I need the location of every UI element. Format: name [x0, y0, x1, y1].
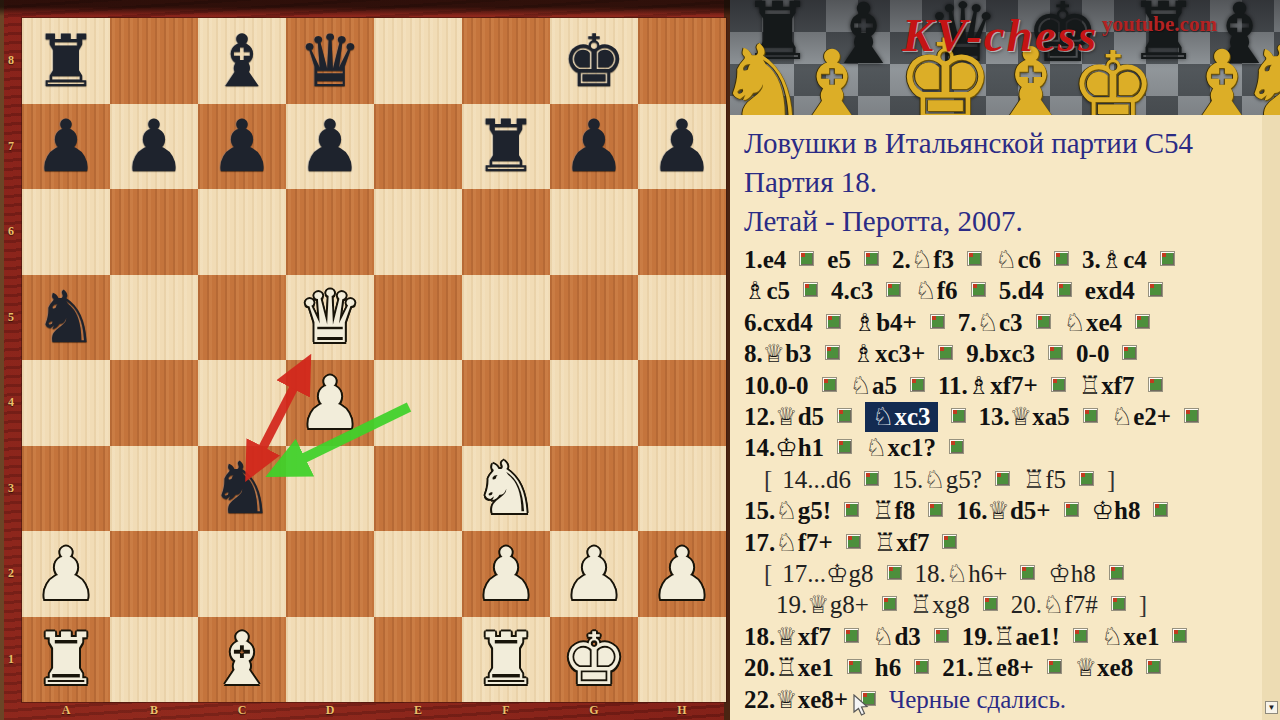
move-token[interactable]: 2.♘f3: [892, 246, 954, 273]
move-token[interactable]: 21.♖e8+: [942, 654, 1034, 681]
position-diagram-icon[interactable]: [803, 282, 818, 297]
white-pawn-g2[interactable]: ♟: [562, 538, 627, 610]
square-d3[interactable]: [286, 446, 374, 532]
position-diagram-icon[interactable]: [837, 439, 852, 454]
move-token[interactable]: 5.d4: [999, 277, 1044, 304]
variation-bracket: ]: [1139, 591, 1147, 618]
position-diagram-icon[interactable]: [983, 596, 998, 611]
file-label-c: C: [198, 702, 286, 718]
move-token[interactable]: ♘xe4: [1064, 309, 1123, 336]
rank-label-3: 3: [0, 446, 22, 532]
square-b1[interactable]: [110, 617, 198, 703]
square-f5[interactable]: [462, 275, 550, 361]
file-label-d: D: [286, 702, 374, 718]
position-diagram-icon[interactable]: [1047, 659, 1062, 674]
square-c2[interactable]: [198, 531, 286, 617]
position-diagram-icon[interactable]: [847, 659, 862, 674]
position-diagram-icon[interactable]: [1073, 628, 1088, 643]
position-diagram-icon[interactable]: [1122, 345, 1137, 360]
site-label: youtube.com: [1102, 12, 1217, 37]
scrollbar-down-button[interactable]: ▼: [1265, 701, 1278, 714]
move-token[interactable]: 15.♘g5?: [892, 466, 982, 493]
square-d1[interactable]: [286, 617, 374, 703]
square-f2[interactable]: ♟: [462, 531, 550, 617]
current-move-highlighted[interactable]: ♘xc3: [865, 402, 938, 432]
move-token[interactable]: ♔h8: [1092, 497, 1141, 524]
black-knight-c3[interactable]: ♞: [210, 452, 275, 524]
move-token[interactable]: 14...d6: [782, 466, 851, 493]
square-d8[interactable]: ♛: [286, 18, 374, 104]
move-token[interactable]: 18.♕xf7: [744, 623, 831, 650]
position-diagram-icon[interactable]: [1135, 314, 1150, 329]
square-e5[interactable]: [374, 275, 462, 361]
position-diagram-icon[interactable]: [928, 502, 943, 517]
square-a6[interactable]: [22, 189, 110, 275]
game-number: Партия 18.: [744, 163, 1262, 202]
square-g7[interactable]: ♟: [550, 104, 638, 190]
white-knight-f3[interactable]: ♞: [474, 452, 539, 524]
square-f1[interactable]: ♜: [462, 617, 550, 703]
black-pawn-b7[interactable]: ♟: [122, 110, 187, 182]
position-diagram-icon[interactable]: [1172, 628, 1187, 643]
variation-bracket: ]: [1107, 466, 1115, 493]
square-h8[interactable]: [638, 18, 726, 104]
position-diagram-icon[interactable]: [1146, 659, 1161, 674]
rank-label-6: 6: [0, 189, 22, 275]
position-diagram-icon[interactable]: [1109, 565, 1124, 580]
position-diagram-icon[interactable]: [1148, 282, 1163, 297]
position-diagram-icon[interactable]: [971, 282, 986, 297]
position-diagram-icon[interactable]: [1153, 502, 1168, 517]
square-g1[interactable]: ♚: [550, 617, 638, 703]
move-token[interactable]: ♘xc1?: [865, 434, 936, 461]
white-queen-d5[interactable]: ♛: [298, 281, 363, 353]
position-diagram-icon[interactable]: [942, 534, 957, 549]
position-diagram-icon[interactable]: [1051, 377, 1066, 392]
position-diagram-icon[interactable]: [864, 471, 879, 486]
move-row-2: ♗c54.c3♘f65.d4exd4: [744, 275, 1262, 306]
move-token[interactable]: 22.♕xe8+: [744, 686, 848, 713]
position-diagram-icon[interactable]: [1054, 251, 1069, 266]
square-g5[interactable]: [550, 275, 638, 361]
position-diagram-icon[interactable]: [934, 628, 949, 643]
position-diagram-icon[interactable]: [949, 439, 964, 454]
move-row-7: 14.♔h1♘xc1?: [744, 432, 1262, 463]
square-h4[interactable]: [638, 360, 726, 446]
square-b8[interactable]: [110, 18, 198, 104]
move-token[interactable]: ♗b4+: [854, 309, 917, 336]
position-diagram-icon[interactable]: [914, 659, 929, 674]
move-list: 1.e4e52.♘f3♘c63.♗c4♗c54.c3♘f65.d4exd46.c…: [744, 241, 1262, 715]
move-token[interactable]: 16.♕d5+: [956, 497, 1050, 524]
move-row-10: 17.♘f7+♖xf7: [744, 527, 1262, 558]
square-d5[interactable]: ♛: [286, 275, 374, 361]
square-e6[interactable]: [374, 189, 462, 275]
app-window: ♜♝♛♚♟♟♟♟♜♟♟♞♛♟♞♞♟♟♟♟♜♝♜♚ 87654321ABCDEFG…: [0, 0, 1280, 720]
move-token[interactable]: ♘a5: [850, 372, 897, 399]
square-f4[interactable]: [462, 360, 550, 446]
position-diagram-icon[interactable]: [910, 377, 925, 392]
square-h5[interactable]: [638, 275, 726, 361]
move-token[interactable]: ♘xe1: [1101, 623, 1160, 650]
position-diagram-icon[interactable]: [864, 251, 879, 266]
position-diagram-icon[interactable]: [995, 471, 1010, 486]
position-diagram-icon[interactable]: [861, 691, 876, 706]
white-king-g1[interactable]: ♚: [562, 623, 627, 695]
square-a7[interactable]: ♟: [22, 104, 110, 190]
position-diagram-icon[interactable]: [1020, 565, 1035, 580]
white-rook-f1[interactable]: ♜: [474, 623, 539, 695]
square-d6[interactable]: [286, 189, 374, 275]
square-d7[interactable]: ♟: [286, 104, 374, 190]
black-rook-a8[interactable]: ♜: [34, 25, 99, 97]
rank-label-7: 7: [0, 104, 22, 190]
square-a2[interactable]: ♟: [22, 531, 110, 617]
square-d4[interactable]: ♟: [286, 360, 374, 446]
square-b2[interactable]: [110, 531, 198, 617]
white-rook-a1[interactable]: ♜: [34, 623, 99, 695]
move-token[interactable]: ♖f5: [1023, 466, 1066, 493]
file-label-b: B: [110, 702, 198, 718]
square-a4[interactable]: [22, 360, 110, 446]
move-token[interactable]: ♘d3: [872, 623, 921, 650]
move-token[interactable]: 14.♔h1: [744, 434, 824, 461]
position-diagram-icon[interactable]: [967, 251, 982, 266]
variation-bracket: [: [764, 466, 772, 493]
square-g6[interactable]: [550, 189, 638, 275]
position-diagram-icon[interactable]: [887, 565, 902, 580]
move-token[interactable]: 11.♗xf7+: [938, 372, 1038, 399]
players-year: Летай - Перотта, 2007.: [744, 202, 1262, 241]
black-knight-a5[interactable]: ♞: [34, 281, 99, 353]
file-label-h: H: [638, 702, 726, 718]
square-c8[interactable]: ♝: [198, 18, 286, 104]
move-token[interactable]: 10.0-0: [744, 372, 809, 399]
position-diagram-icon[interactable]: [1160, 251, 1175, 266]
result-text: Черные сдались.: [889, 686, 1066, 713]
move-token[interactable]: 3.♗c4: [1082, 246, 1147, 273]
square-c1[interactable]: ♝: [198, 617, 286, 703]
square-h7[interactable]: ♟: [638, 104, 726, 190]
square-a3[interactable]: [22, 446, 110, 532]
notation-pane: Ловушки в Итальянской партии C54 Партия …: [730, 115, 1262, 720]
white-bishop-c1[interactable]: ♝: [210, 623, 275, 695]
move-token[interactable]: 13.♕xa5: [979, 403, 1070, 430]
move-token[interactable]: e5: [827, 246, 851, 273]
position-diagram-icon[interactable]: [1079, 471, 1094, 486]
black-pawn-a7[interactable]: ♟: [34, 110, 99, 182]
square-b5[interactable]: [110, 275, 198, 361]
square-b4[interactable]: [110, 360, 198, 446]
square-e7[interactable]: [374, 104, 462, 190]
move-row-3: 6.cxd4♗b4+7.♘c3♘xe4: [744, 307, 1262, 338]
scrollbar-track[interactable]: ▼: [1262, 115, 1280, 720]
brand-logo-text: KV-chess: [902, 8, 1098, 62]
move-token[interactable]: 20.♘f7#: [1011, 591, 1098, 618]
move-token[interactable]: 20.♖xe1: [744, 654, 834, 681]
square-h2[interactable]: ♟: [638, 531, 726, 617]
position-diagram-icon[interactable]: [1036, 314, 1051, 329]
chess-board-frame: ♜♝♛♚♟♟♟♟♜♟♟♞♛♟♞♞♟♟♟♟♜♝♜♚ 87654321ABCDEFG…: [0, 0, 730, 720]
black-pawn-g7[interactable]: ♟: [562, 110, 627, 182]
black-pawn-h7[interactable]: ♟: [650, 110, 715, 182]
square-e8[interactable]: [374, 18, 462, 104]
move-row-8: [14...d615.♘g5?♖f5]: [744, 464, 1262, 495]
square-f6[interactable]: [462, 189, 550, 275]
file-label-e: E: [374, 702, 462, 718]
square-e4[interactable]: [374, 360, 462, 446]
rank-label-1: 1: [0, 617, 22, 703]
move-token[interactable]: 19.♖ae1!: [962, 623, 1060, 650]
move-row-5: 10.0-0♘a511.♗xf7+♖xf7: [744, 370, 1262, 401]
square-h3[interactable]: [638, 446, 726, 532]
white-pawn-h2[interactable]: ♟: [650, 538, 715, 610]
rank-label-8: 8: [0, 18, 22, 104]
square-h1[interactable]: [638, 617, 726, 703]
move-token[interactable]: ♘f6: [914, 277, 957, 304]
move-token[interactable]: 9.bxc3: [966, 340, 1035, 367]
move-token[interactable]: 6.cxd4: [744, 309, 813, 336]
banner-piece: ♝: [788, 37, 876, 115]
position-diagram-icon[interactable]: [1184, 408, 1199, 423]
position-diagram-icon[interactable]: [886, 282, 901, 297]
move-token[interactable]: ♕xe8: [1075, 654, 1134, 681]
position-diagram-icon[interactable]: [938, 345, 953, 360]
move-token[interactable]: 12.♕d5: [744, 403, 824, 430]
square-c6[interactable]: [198, 189, 286, 275]
move-token[interactable]: ♖xf7: [874, 529, 930, 556]
game-header: Ловушки в Итальянской партии C54 Партия …: [744, 115, 1262, 241]
move-token[interactable]: ♖f8: [872, 497, 915, 524]
square-c3[interactable]: ♞: [198, 446, 286, 532]
square-e1[interactable]: [374, 617, 462, 703]
position-diagram-icon[interactable]: [1048, 345, 1063, 360]
square-b7[interactable]: ♟: [110, 104, 198, 190]
black-king-g8[interactable]: ♚: [562, 25, 627, 97]
square-c5[interactable]: [198, 275, 286, 361]
move-row-13: 18.♕xf7♘d319.♖ae1!♘xe1: [744, 621, 1262, 652]
channel-banner: ♜♝♛♚♜♝♞♝♚♝♚♝♞ KV-chess youtube.com: [730, 0, 1280, 115]
move-token[interactable]: ♗c5: [744, 277, 790, 304]
move-row-6: 12.♕d5♘xc313.♕xa5♘e2+: [744, 401, 1262, 432]
black-bishop-c8[interactable]: ♝: [210, 25, 275, 97]
move-token[interactable]: ♘c6: [995, 246, 1041, 273]
move-token[interactable]: ♗xc3+: [853, 340, 926, 367]
square-b6[interactable]: [110, 189, 198, 275]
move-row-12: 19.♕g8+♖xg820.♘f7#]: [744, 589, 1262, 620]
square-f8[interactable]: [462, 18, 550, 104]
move-token[interactable]: ♘e2+: [1111, 403, 1171, 430]
move-row-11: [17...♔g818.♘h6+♔h8: [744, 558, 1262, 589]
white-pawn-d4[interactable]: ♟: [298, 367, 363, 439]
file-label-g: G: [550, 702, 638, 718]
position-diagram-icon[interactable]: [825, 345, 840, 360]
white-pawn-f2[interactable]: ♟: [474, 538, 539, 610]
move-token[interactable]: 4.c3: [831, 277, 873, 304]
position-diagram-icon[interactable]: [1064, 502, 1079, 517]
square-a8[interactable]: ♜: [22, 18, 110, 104]
square-a1[interactable]: ♜: [22, 617, 110, 703]
square-h6[interactable]: [638, 189, 726, 275]
opening-title: Ловушки в Итальянской партии C54: [744, 124, 1262, 163]
position-diagram-icon[interactable]: [826, 314, 841, 329]
move-row-9: 15.♘g5!♖f816.♕d5+♔h8: [744, 495, 1262, 526]
black-pawn-c7[interactable]: ♟: [210, 110, 275, 182]
square-c7[interactable]: ♟: [198, 104, 286, 190]
square-c4[interactable]: [198, 360, 286, 446]
position-diagram-icon[interactable]: [837, 408, 852, 423]
move-row-4: 8.♕b3♗xc3+9.bxc30-0: [744, 338, 1262, 369]
rank-label-4: 4: [0, 360, 22, 446]
move-token[interactable]: 8.♕b3: [744, 340, 812, 367]
move-token[interactable]: 7.♘c3: [958, 309, 1023, 336]
black-queen-d8[interactable]: ♛: [298, 25, 363, 97]
rank-label-5: 5: [0, 275, 22, 361]
move-token[interactable]: ♖xf7: [1079, 372, 1135, 399]
move-row-15: 22.♕xe8+Черные сдались.: [744, 684, 1262, 715]
file-label-f: F: [462, 702, 550, 718]
position-diagram-icon[interactable]: [1148, 377, 1163, 392]
move-row-14: 20.♖xe1h621.♖e8+♕xe8: [744, 652, 1262, 683]
move-token[interactable]: ♔h8: [1048, 560, 1095, 587]
move-token[interactable]: 1.e4: [744, 246, 786, 273]
square-f3[interactable]: ♞: [462, 446, 550, 532]
move-token[interactable]: 17...♔g8: [782, 560, 873, 587]
move-token[interactable]: ♖xg8: [910, 591, 970, 618]
move-token[interactable]: h6: [875, 654, 901, 681]
white-pawn-a2[interactable]: ♟: [34, 538, 99, 610]
analysis-panel: ♜♝♛♚♜♝♞♝♚♝♚♝♞ KV-chess youtube.com Ловуш…: [730, 0, 1280, 720]
move-row-1: 1.e4e52.♘f3♘c63.♗c4: [744, 244, 1262, 275]
black-rook-f7[interactable]: ♜: [474, 110, 539, 182]
position-diagram-icon[interactable]: [1057, 282, 1072, 297]
move-token[interactable]: 18.♘h6+: [915, 560, 1008, 587]
position-diagram-icon[interactable]: [844, 628, 859, 643]
chess-board: ♜♝♛♚♟♟♟♟♜♟♟♞♛♟♞♞♟♟♟♟♜♝♜♚: [22, 18, 726, 702]
black-pawn-d7[interactable]: ♟: [298, 110, 363, 182]
move-token[interactable]: exd4: [1085, 277, 1135, 304]
banner-piece: ♞: [1238, 33, 1280, 115]
move-token[interactable]: 19.♕g8+: [776, 591, 869, 618]
position-diagram-icon[interactable]: [799, 251, 814, 266]
move-token[interactable]: 15.♘g5!: [744, 497, 831, 524]
position-diagram-icon[interactable]: [844, 502, 859, 517]
square-g3[interactable]: [550, 446, 638, 532]
square-g4[interactable]: [550, 360, 638, 446]
position-diagram-icon[interactable]: [882, 596, 897, 611]
file-label-a: A: [22, 702, 110, 718]
square-e3[interactable]: [374, 446, 462, 532]
move-token[interactable]: 17.♘f7+: [744, 529, 833, 556]
position-diagram-icon[interactable]: [930, 314, 945, 329]
square-f7[interactable]: ♜: [462, 104, 550, 190]
position-diagram-icon[interactable]: [846, 534, 861, 549]
square-g2[interactable]: ♟: [550, 531, 638, 617]
square-b3[interactable]: [110, 446, 198, 532]
position-diagram-icon[interactable]: [951, 408, 966, 423]
variation-bracket: [: [764, 560, 772, 587]
move-token[interactable]: 0-0: [1076, 340, 1109, 367]
position-diagram-icon[interactable]: [822, 377, 837, 392]
rank-label-2: 2: [0, 531, 22, 617]
square-d2[interactable]: [286, 531, 374, 617]
position-diagram-icon[interactable]: [1083, 408, 1098, 423]
square-g8[interactable]: ♚: [550, 18, 638, 104]
position-diagram-icon[interactable]: [1111, 596, 1126, 611]
square-a5[interactable]: ♞: [22, 275, 110, 361]
square-e2[interactable]: [374, 531, 462, 617]
